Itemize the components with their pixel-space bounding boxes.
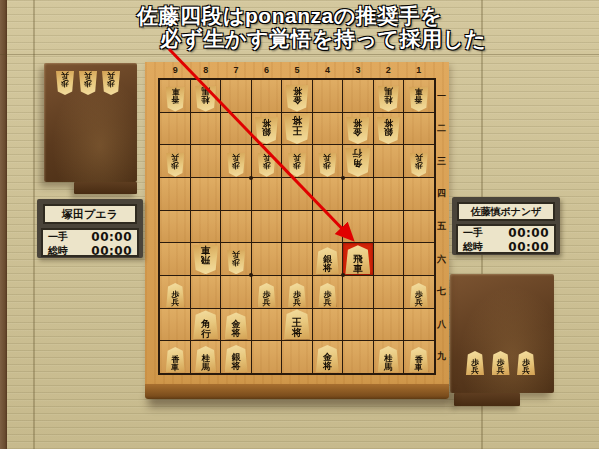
shogi-app: 987654321 一二三四五六七八九 香車桂馬金将桂馬香車銀将王将金将銀将歩兵… (0, 0, 599, 449)
hoshi-dot (341, 176, 345, 180)
annotation-arrow-icon (0, 0, 599, 449)
